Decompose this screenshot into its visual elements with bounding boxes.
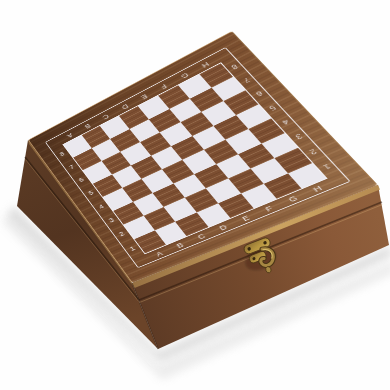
chess-box-photo: ABCDEFGH ABCDEFGH 87654321 87654321	[0, 0, 390, 390]
